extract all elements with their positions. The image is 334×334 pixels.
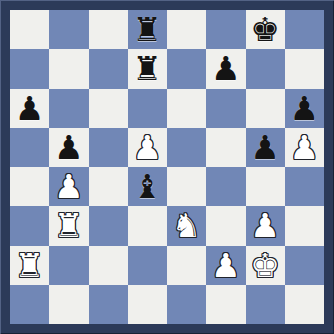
square-c1[interactable] <box>89 285 128 324</box>
square-a1[interactable] <box>10 285 49 324</box>
square-f1[interactable] <box>206 285 245 324</box>
square-h4[interactable] <box>285 167 324 206</box>
black-pawn-f7[interactable]: ♟ <box>211 49 241 88</box>
white-rook-a2[interactable]: ♜ <box>15 246 45 285</box>
white-knight-e3[interactable]: ♞ <box>172 206 202 245</box>
square-h8[interactable] <box>285 10 324 49</box>
square-b4[interactable]: ♟ <box>49 167 88 206</box>
square-e1[interactable] <box>167 285 206 324</box>
black-rook-d8[interactable]: ♜ <box>133 10 163 49</box>
square-g1[interactable] <box>246 285 285 324</box>
square-a6[interactable]: ♟ <box>10 89 49 128</box>
square-g3[interactable]: ♟ <box>246 206 285 245</box>
square-a4[interactable] <box>10 167 49 206</box>
square-d3[interactable] <box>128 206 167 245</box>
square-f4[interactable] <box>206 167 245 206</box>
square-g5[interactable]: ♟ <box>246 128 285 167</box>
square-b5[interactable]: ♟ <box>49 128 88 167</box>
square-c2[interactable] <box>89 246 128 285</box>
black-pawn-a6[interactable]: ♟ <box>15 89 45 128</box>
black-king-g8[interactable]: ♚ <box>250 10 280 49</box>
white-king-g2[interactable]: ♚ <box>250 246 280 285</box>
square-d6[interactable] <box>128 89 167 128</box>
square-h5[interactable]: ♟ <box>285 128 324 167</box>
square-e6[interactable] <box>167 89 206 128</box>
square-h7[interactable] <box>285 49 324 88</box>
square-h2[interactable] <box>285 246 324 285</box>
square-e3[interactable]: ♞ <box>167 206 206 245</box>
black-pawn-b5[interactable]: ♟ <box>54 128 84 167</box>
square-b8[interactable] <box>49 10 88 49</box>
square-a5[interactable] <box>10 128 49 167</box>
square-a7[interactable] <box>10 49 49 88</box>
square-e8[interactable] <box>167 10 206 49</box>
square-e2[interactable] <box>167 246 206 285</box>
square-a2[interactable]: ♜ <box>10 246 49 285</box>
white-pawn-h5[interactable]: ♟ <box>290 128 320 167</box>
square-b1[interactable] <box>49 285 88 324</box>
square-b7[interactable] <box>49 49 88 88</box>
square-d7[interactable]: ♜ <box>128 49 167 88</box>
square-g2[interactable]: ♚ <box>246 246 285 285</box>
black-pawn-g5[interactable]: ♟ <box>250 128 280 167</box>
square-c8[interactable] <box>89 10 128 49</box>
square-d1[interactable] <box>128 285 167 324</box>
square-f8[interactable] <box>206 10 245 49</box>
square-f2[interactable]: ♟ <box>206 246 245 285</box>
square-g4[interactable] <box>246 167 285 206</box>
chess-board-frame: ♜♚♜♟♟♟♟♟♟♟♟♝♜♞♟♜♟♚ <box>0 0 334 334</box>
square-g7[interactable] <box>246 49 285 88</box>
square-e4[interactable] <box>167 167 206 206</box>
square-f7[interactable]: ♟ <box>206 49 245 88</box>
white-rook-b3[interactable]: ♜ <box>54 206 84 245</box>
black-rook-d7[interactable]: ♜ <box>133 49 163 88</box>
square-f5[interactable] <box>206 128 245 167</box>
square-b2[interactable] <box>49 246 88 285</box>
square-b3[interactable]: ♜ <box>49 206 88 245</box>
square-d5[interactable]: ♟ <box>128 128 167 167</box>
square-c4[interactable] <box>89 167 128 206</box>
square-a3[interactable] <box>10 206 49 245</box>
white-pawn-b4[interactable]: ♟ <box>54 167 84 206</box>
square-h1[interactable] <box>285 285 324 324</box>
square-a8[interactable] <box>10 10 49 49</box>
square-h3[interactable] <box>285 206 324 245</box>
square-b6[interactable] <box>49 89 88 128</box>
square-c5[interactable] <box>89 128 128 167</box>
square-d2[interactable] <box>128 246 167 285</box>
white-pawn-d5[interactable]: ♟ <box>133 128 163 167</box>
white-pawn-f2[interactable]: ♟ <box>211 246 241 285</box>
square-c6[interactable] <box>89 89 128 128</box>
square-h6[interactable]: ♟ <box>285 89 324 128</box>
black-bishop-d4[interactable]: ♝ <box>133 167 163 206</box>
square-d4[interactable]: ♝ <box>128 167 167 206</box>
square-d8[interactable]: ♜ <box>128 10 167 49</box>
square-g8[interactable]: ♚ <box>246 10 285 49</box>
square-e5[interactable] <box>167 128 206 167</box>
black-pawn-h6[interactable]: ♟ <box>290 89 320 128</box>
chess-board: ♜♚♜♟♟♟♟♟♟♟♟♝♜♞♟♜♟♚ <box>10 10 324 324</box>
square-e7[interactable] <box>167 49 206 88</box>
square-g6[interactable] <box>246 89 285 128</box>
square-f6[interactable] <box>206 89 245 128</box>
square-c7[interactable] <box>89 49 128 88</box>
white-pawn-g3[interactable]: ♟ <box>250 206 280 245</box>
square-f3[interactable] <box>206 206 245 245</box>
square-c3[interactable] <box>89 206 128 245</box>
